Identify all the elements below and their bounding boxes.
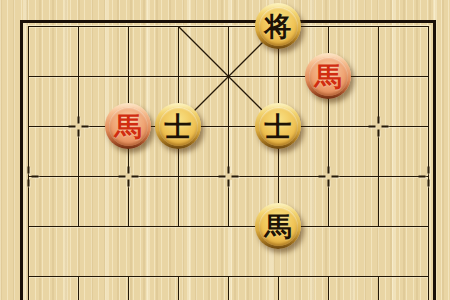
piece-black-general[interactable]: 将 [255,3,301,49]
piece-glyph: 馬 [109,107,148,146]
piece-black-advisor-left[interactable]: 士 [155,103,201,149]
piece-glyph: 馬 [309,57,348,96]
piece-face: 士 [259,107,298,146]
pieces-layer: 将馬馬士士馬 [0,0,450,300]
piece-glyph: 士 [259,107,298,146]
piece-red-horse-left[interactable]: 馬 [105,103,151,149]
piece-face: 馬 [109,107,148,146]
piece-black-advisor-right[interactable]: 士 [255,103,301,149]
xiangqi-board[interactable]: 将馬馬士士馬 [0,0,450,300]
piece-black-horse[interactable]: 馬 [255,203,301,249]
piece-glyph: 士 [159,107,198,146]
piece-face: 士 [159,107,198,146]
piece-glyph: 将 [259,7,298,46]
piece-red-horse-upper[interactable]: 馬 [305,53,351,99]
piece-face: 将 [259,7,298,46]
piece-face: 馬 [309,57,348,96]
piece-face: 馬 [259,207,298,246]
piece-glyph: 馬 [259,207,298,246]
